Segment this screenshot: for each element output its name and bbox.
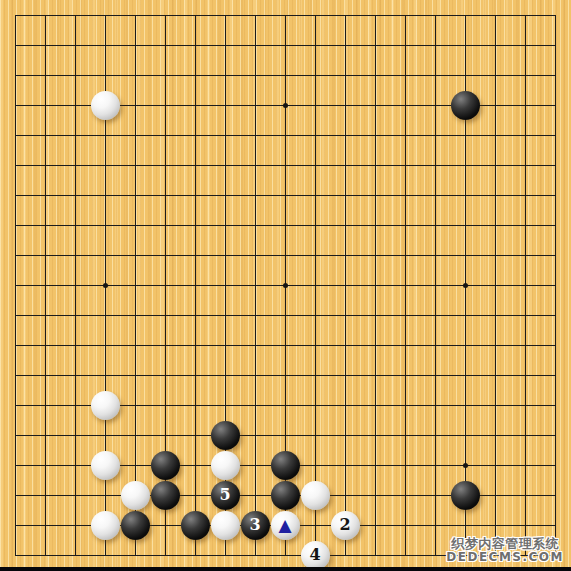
white-stone bbox=[91, 511, 120, 540]
stone-move-number: 4 bbox=[301, 541, 330, 570]
black-stone bbox=[271, 451, 300, 480]
black-stone bbox=[181, 511, 210, 540]
go-diagram-screen: 53▲24 织梦内容管理系统 DEDECMS.COM bbox=[0, 0, 571, 571]
black-stone bbox=[151, 481, 180, 510]
board-grid: 53▲24 bbox=[0, 0, 570, 570]
stone-move-number: 3 bbox=[241, 511, 270, 540]
watermark: 织梦内容管理系统 DEDECMS.COM bbox=[446, 537, 564, 564]
black-stone bbox=[451, 91, 480, 120]
white-stone bbox=[91, 451, 120, 480]
bottom-border bbox=[0, 567, 571, 571]
triangle-marker-icon: ▲ bbox=[271, 511, 300, 540]
watermark-line1: 织梦内容管理系统 bbox=[446, 537, 564, 551]
stone-move-number: 2 bbox=[331, 511, 360, 540]
black-stone bbox=[451, 481, 480, 510]
white-stone bbox=[301, 481, 330, 510]
black-stone bbox=[151, 451, 180, 480]
star-point bbox=[283, 283, 288, 288]
black-stone: 3 bbox=[241, 511, 270, 540]
star-point bbox=[463, 283, 468, 288]
white-stone bbox=[211, 511, 240, 540]
white-stone: ▲ bbox=[271, 511, 300, 540]
black-stone bbox=[211, 421, 240, 450]
black-stone bbox=[271, 481, 300, 510]
watermark-line2: DEDECMS.COM bbox=[446, 551, 564, 564]
white-stone: 4 bbox=[301, 541, 330, 570]
star-point bbox=[103, 283, 108, 288]
white-stone bbox=[121, 481, 150, 510]
star-point bbox=[283, 103, 288, 108]
white-stone bbox=[211, 451, 240, 480]
black-stone: 5 bbox=[211, 481, 240, 510]
stone-move-number: 5 bbox=[211, 481, 240, 510]
star-point bbox=[463, 463, 468, 468]
white-stone bbox=[91, 91, 120, 120]
go-board: 53▲24 织梦内容管理系统 DEDECMS.COM bbox=[0, 0, 571, 571]
white-stone bbox=[91, 391, 120, 420]
black-stone bbox=[121, 511, 150, 540]
white-stone: 2 bbox=[331, 511, 360, 540]
